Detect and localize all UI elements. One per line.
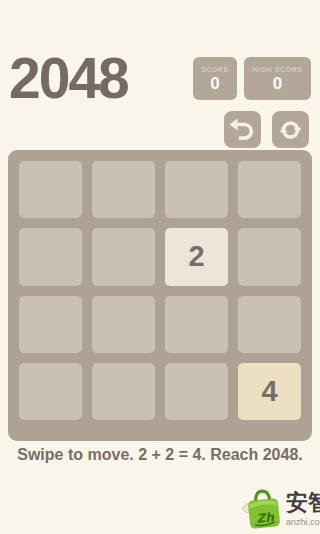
grid-cell bbox=[19, 296, 82, 353]
anzhi-watermark: Zh 安智 anzhi.com bbox=[240, 486, 320, 532]
game-board[interactable]: 24 bbox=[8, 150, 312, 441]
grid-cell bbox=[19, 363, 82, 420]
grid-cell bbox=[92, 363, 155, 420]
shopping-bag-icon: Zh bbox=[240, 486, 284, 534]
board-grid: 24 bbox=[19, 161, 301, 430]
tile-2: 2 bbox=[165, 228, 228, 285]
tile-4: 4 bbox=[238, 363, 301, 420]
undo-button[interactable] bbox=[224, 111, 261, 148]
grid-cell bbox=[92, 296, 155, 353]
restart-button[interactable] bbox=[272, 111, 309, 148]
high-score-label: HIGH SCORE bbox=[252, 66, 302, 73]
grid-cell bbox=[92, 228, 155, 285]
grid-cell bbox=[238, 296, 301, 353]
anzhi-domain-text: anzhi.com bbox=[286, 517, 320, 527]
instruction-text: Swipe to move. 2 + 2 = 4. Reach 2048. bbox=[0, 446, 320, 464]
page-title: 2048 bbox=[9, 50, 128, 106]
grid-cell bbox=[165, 161, 228, 218]
score-value: 0 bbox=[210, 75, 219, 92]
grid-cell bbox=[238, 228, 301, 285]
grid-cell bbox=[92, 161, 155, 218]
anzhi-brand-text: 安智 bbox=[286, 492, 320, 514]
score-label: SCORE bbox=[201, 66, 229, 73]
grid-cell bbox=[165, 296, 228, 353]
grid-cell bbox=[165, 363, 228, 420]
high-score-box: HIGH SCORE 0 bbox=[244, 57, 311, 100]
grid-cell bbox=[19, 228, 82, 285]
high-score-value: 0 bbox=[273, 75, 282, 92]
grid-cell bbox=[238, 161, 301, 218]
undo-icon bbox=[224, 111, 261, 148]
grid-cell bbox=[19, 161, 82, 218]
app-screen: 2048 SCORE 0 HIGH SCORE 0 24 Sw bbox=[0, 0, 320, 534]
refresh-icon bbox=[272, 111, 309, 148]
score-box: SCORE 0 bbox=[193, 57, 237, 100]
